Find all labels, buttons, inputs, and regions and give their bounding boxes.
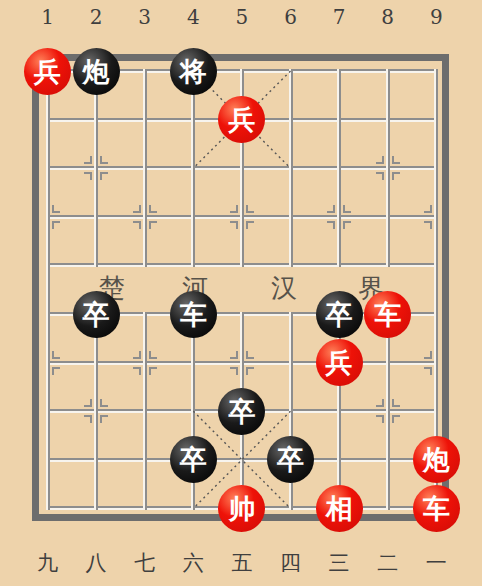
grid-vline — [143, 312, 147, 510]
point-marker — [392, 399, 400, 407]
point-marker — [230, 367, 238, 375]
point-marker — [52, 221, 60, 229]
point-marker — [84, 172, 92, 180]
piece-black-soldier[interactable]: 卒 — [73, 291, 120, 338]
grid-vline — [289, 69, 293, 267]
file-label-bottom: 六 — [183, 549, 204, 577]
point-marker — [100, 156, 108, 164]
piece-black-soldier[interactable]: 卒 — [316, 291, 363, 338]
point-marker — [133, 367, 141, 375]
file-label-top: 3 — [138, 5, 151, 29]
file-label-bottom: 四 — [280, 549, 301, 577]
file-label-bottom: 七 — [134, 549, 155, 577]
file-label-bottom: 八 — [86, 549, 107, 577]
grid-vline — [337, 69, 341, 267]
point-marker — [343, 205, 351, 213]
file-label-bottom: 五 — [231, 549, 252, 577]
point-marker — [52, 367, 60, 375]
piece-red-chariot[interactable]: 车 — [364, 291, 411, 338]
piece-red-chariot[interactable]: 车 — [413, 485, 460, 532]
point-marker — [376, 399, 384, 407]
point-marker — [392, 415, 400, 423]
piece-red-cannon[interactable]: 炮 — [413, 436, 460, 483]
point-marker — [84, 399, 92, 407]
file-label-bottom: 一 — [426, 549, 447, 577]
point-marker — [52, 351, 60, 359]
point-marker — [424, 351, 432, 359]
point-marker — [100, 172, 108, 180]
file-label-bottom: 二 — [377, 549, 398, 577]
file-label-top: 6 — [284, 5, 297, 29]
point-marker — [100, 399, 108, 407]
point-marker — [133, 351, 141, 359]
point-marker — [376, 415, 384, 423]
file-label-top: 1 — [41, 5, 54, 29]
point-marker — [230, 351, 238, 359]
file-label-top: 2 — [90, 5, 103, 29]
piece-red-general[interactable]: 帅 — [218, 485, 265, 532]
file-label-bottom: 九 — [37, 549, 58, 577]
point-marker — [230, 205, 238, 213]
grid-vline — [94, 312, 98, 510]
point-marker — [246, 367, 254, 375]
grid-vline — [191, 69, 195, 267]
point-marker — [52, 205, 60, 213]
point-marker — [424, 205, 432, 213]
point-marker — [424, 221, 432, 229]
file-label-bottom: 三 — [329, 549, 350, 577]
file-label-top: 4 — [187, 5, 200, 29]
point-marker — [84, 415, 92, 423]
file-label-top: 5 — [236, 5, 249, 29]
piece-black-soldier[interactable]: 卒 — [267, 436, 314, 483]
point-marker — [133, 205, 141, 213]
file-label-top: 8 — [381, 5, 394, 29]
point-marker — [133, 221, 141, 229]
grid-vline — [94, 69, 98, 267]
grid-vline — [386, 69, 390, 267]
point-marker — [376, 172, 384, 180]
point-marker — [327, 205, 335, 213]
piece-black-general[interactable]: 将 — [170, 48, 217, 95]
piece-red-elephant[interactable]: 相 — [316, 485, 363, 532]
file-label-top: 9 — [430, 5, 443, 29]
point-marker — [149, 367, 157, 375]
xiangqi-board[interactable]: 楚河汉界 123456789九八七六五四三二一 兵炮将兵卒车卒车兵卒卒卒炮帅相车 — [0, 0, 482, 586]
grid-vline — [46, 69, 50, 510]
point-marker — [424, 367, 432, 375]
point-marker — [230, 221, 238, 229]
grid-vline — [386, 312, 390, 510]
point-marker — [392, 172, 400, 180]
piece-red-soldier[interactable]: 兵 — [24, 48, 71, 95]
point-marker — [376, 156, 384, 164]
point-marker — [327, 221, 335, 229]
point-marker — [343, 221, 351, 229]
point-marker — [246, 205, 254, 213]
point-marker — [100, 415, 108, 423]
piece-red-soldier[interactable]: 兵 — [316, 339, 363, 386]
piece-black-soldier[interactable]: 卒 — [170, 436, 217, 483]
point-marker — [149, 351, 157, 359]
piece-black-soldier[interactable]: 卒 — [218, 388, 265, 435]
point-marker — [84, 156, 92, 164]
grid-vline — [143, 69, 147, 267]
point-marker — [246, 221, 254, 229]
point-marker — [149, 205, 157, 213]
piece-black-cannon[interactable]: 炮 — [73, 48, 120, 95]
point-marker — [246, 351, 254, 359]
river-char: 汉 — [271, 271, 297, 306]
point-marker — [392, 156, 400, 164]
point-marker — [149, 221, 157, 229]
piece-black-chariot[interactable]: 车 — [170, 291, 217, 338]
file-label-top: 7 — [333, 5, 346, 29]
